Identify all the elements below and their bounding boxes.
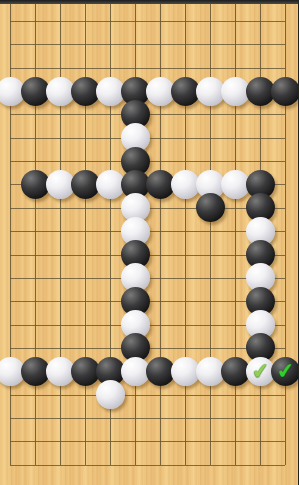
- top-edge-bar: [0, 0, 298, 4]
- grid-hline: [10, 418, 285, 419]
- white-stone[interactable]: [96, 380, 125, 409]
- black-stone[interactable]: [271, 77, 299, 106]
- grid-hline: [10, 441, 285, 442]
- grid-hline: [10, 44, 285, 45]
- grid-hline: [10, 465, 285, 466]
- grid-vline: [285, 4, 286, 465]
- black-stone[interactable]: [271, 357, 299, 386]
- grid-hline: [10, 21, 285, 22]
- grid-hline: [10, 68, 285, 69]
- go-board[interactable]: ✔✔: [0, 0, 298, 485]
- black-stone[interactable]: [196, 193, 225, 222]
- grid-hline: [10, 395, 285, 396]
